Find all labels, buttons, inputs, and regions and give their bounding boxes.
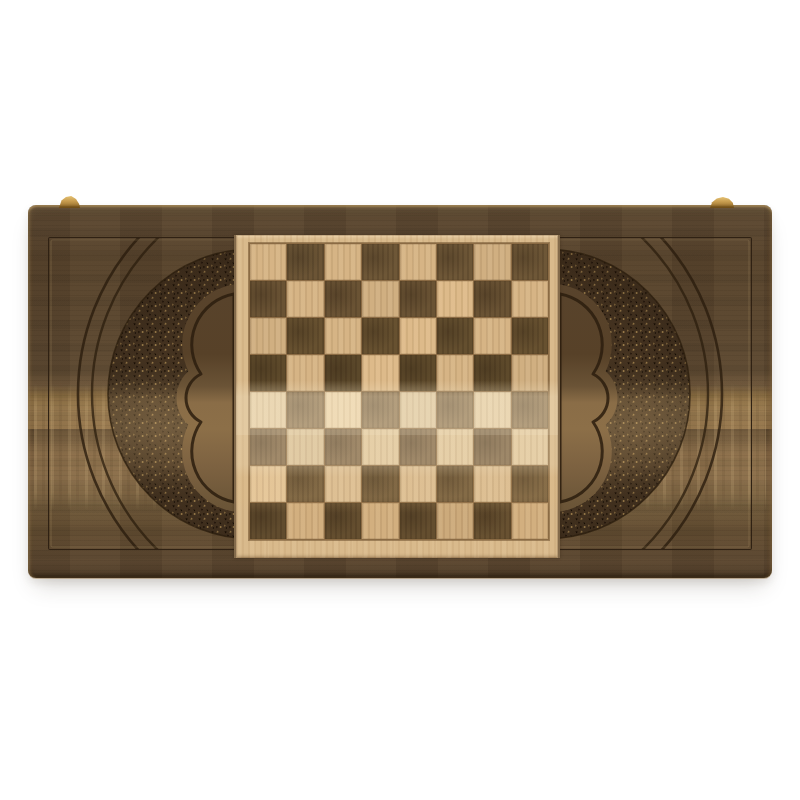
square-a7 (250, 281, 286, 317)
square-g8 (474, 244, 510, 280)
square-e3 (400, 429, 436, 465)
square-d1 (362, 503, 398, 539)
square-c5 (325, 355, 361, 391)
square-h5 (512, 355, 548, 391)
square-d6 (362, 318, 398, 354)
square-g5 (474, 355, 510, 391)
square-h3 (512, 429, 548, 465)
square-b8 (287, 244, 323, 280)
square-e5 (400, 355, 436, 391)
square-g1 (474, 503, 510, 539)
square-e8 (400, 244, 436, 280)
square-f2 (437, 466, 473, 502)
square-c2 (325, 466, 361, 502)
square-d7 (362, 281, 398, 317)
square-f8 (437, 244, 473, 280)
square-c6 (325, 318, 361, 354)
square-h7 (512, 281, 548, 317)
square-e6 (400, 318, 436, 354)
square-f5 (437, 355, 473, 391)
square-c7 (325, 281, 361, 317)
square-b7 (287, 281, 323, 317)
square-e4 (400, 392, 436, 428)
square-d8 (362, 244, 398, 280)
square-a8 (250, 244, 286, 280)
square-c8 (325, 244, 361, 280)
square-g7 (474, 281, 510, 317)
square-d3 (362, 429, 398, 465)
chessboard (249, 243, 549, 540)
square-d2 (362, 466, 398, 502)
square-e1 (400, 503, 436, 539)
chessboard-panel (234, 235, 560, 558)
square-a5 (250, 355, 286, 391)
square-c3 (325, 429, 361, 465)
square-a6 (250, 318, 286, 354)
square-c1 (325, 503, 361, 539)
square-g2 (474, 466, 510, 502)
square-h4 (512, 392, 548, 428)
square-g4 (474, 392, 510, 428)
square-h6 (512, 318, 548, 354)
square-h2 (512, 466, 548, 502)
square-a2 (250, 466, 286, 502)
square-g3 (474, 429, 510, 465)
square-f3 (437, 429, 473, 465)
square-a3 (250, 429, 286, 465)
square-a1 (250, 503, 286, 539)
square-g6 (474, 318, 510, 354)
square-e7 (400, 281, 436, 317)
square-d4 (362, 392, 398, 428)
square-b6 (287, 318, 323, 354)
square-b5 (287, 355, 323, 391)
square-e2 (400, 466, 436, 502)
square-h1 (512, 503, 548, 539)
product-photo-backgammon-chess-case (0, 0, 800, 800)
square-b2 (287, 466, 323, 502)
square-b1 (287, 503, 323, 539)
square-b3 (287, 429, 323, 465)
wooden-case-top (28, 205, 772, 578)
square-d5 (362, 355, 398, 391)
square-c4 (325, 392, 361, 428)
square-b4 (287, 392, 323, 428)
square-h8 (512, 244, 548, 280)
square-f4 (437, 392, 473, 428)
square-f7 (437, 281, 473, 317)
square-a4 (250, 392, 286, 428)
square-f6 (437, 318, 473, 354)
square-f1 (437, 503, 473, 539)
